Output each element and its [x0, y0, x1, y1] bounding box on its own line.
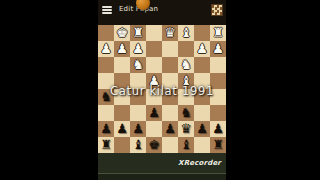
square[interactable]: [194, 137, 210, 153]
square[interactable]: ♞: [178, 105, 194, 121]
black-knight-piece: ♞: [180, 105, 192, 121]
square[interactable]: [162, 137, 178, 153]
square[interactable]: ♜: [210, 25, 226, 41]
white-knight-piece: ♞: [180, 57, 192, 73]
square[interactable]: ♟: [114, 41, 130, 57]
xrecorder-watermark: XRecorder: [178, 159, 221, 167]
black-pawn-piece: ♟: [212, 121, 224, 137]
square[interactable]: ♟: [146, 105, 162, 121]
square[interactable]: ♜: [130, 25, 146, 41]
square[interactable]: [130, 105, 146, 121]
square[interactable]: ♝: [178, 137, 194, 153]
square[interactable]: ♞: [130, 57, 146, 73]
square[interactable]: [98, 105, 114, 121]
black-queen-piece: ♛: [180, 121, 192, 137]
square[interactable]: [98, 25, 114, 41]
square[interactable]: ♟: [162, 121, 178, 137]
square[interactable]: ♟: [114, 121, 130, 137]
white-queen-piece: ♛: [164, 25, 176, 41]
square[interactable]: ♜: [210, 137, 226, 153]
square[interactable]: ♟: [194, 41, 210, 57]
square[interactable]: ♛: [178, 121, 194, 137]
square[interactable]: ♝: [130, 137, 146, 153]
square[interactable]: ♟: [98, 121, 114, 137]
square[interactable]: ♟: [130, 121, 146, 137]
screenshot-root: Edit Papan ♚♜♛♝♜♟♟♟♟♟♞♞♟♝♞♟♞♟♟♟♟♛♟♟♜♝♚♝♜…: [0, 0, 320, 180]
white-pawn-piece: ♟: [212, 41, 224, 57]
white-bishop-piece: ♝: [180, 25, 192, 41]
square[interactable]: [162, 57, 178, 73]
black-pawn-piece: ♟: [100, 121, 112, 137]
black-pawn-piece: ♟: [164, 121, 176, 137]
chessboard-icon[interactable]: [211, 4, 223, 16]
white-pawn-piece: ♟: [132, 41, 144, 57]
square[interactable]: ♟: [130, 41, 146, 57]
black-pawn-piece: ♟: [132, 121, 144, 137]
hamburger-icon[interactable]: [102, 6, 112, 14]
square[interactable]: ♝: [178, 25, 194, 41]
white-rook-piece: ♜: [132, 25, 144, 41]
black-rook-piece: ♜: [100, 137, 112, 153]
black-rook-piece: ♜: [212, 137, 224, 153]
black-king-piece: ♚: [148, 137, 160, 153]
white-pawn-piece: ♟: [100, 41, 112, 57]
recorder-progress-strip: [98, 173, 226, 180]
square[interactable]: ♟: [194, 121, 210, 137]
square[interactable]: [114, 105, 130, 121]
recorder-bar: XRecorder: [98, 153, 226, 173]
square[interactable]: ♞: [178, 57, 194, 73]
black-bishop-piece: ♝: [180, 137, 192, 153]
square[interactable]: [146, 41, 162, 57]
overlay-caption: Catur kilat 1991: [98, 84, 226, 98]
square[interactable]: [146, 25, 162, 41]
black-pawn-piece: ♟: [116, 121, 128, 137]
square[interactable]: ♟: [210, 41, 226, 57]
square[interactable]: [178, 41, 194, 57]
square[interactable]: ♟: [98, 41, 114, 57]
square[interactable]: [194, 25, 210, 41]
white-pawn-piece: ♟: [196, 41, 208, 57]
square[interactable]: [162, 105, 178, 121]
square[interactable]: ♟: [210, 121, 226, 137]
square[interactable]: [146, 57, 162, 73]
square[interactable]: [210, 105, 226, 121]
white-pawn-piece: ♟: [116, 41, 128, 57]
black-pawn-piece: ♟: [148, 105, 160, 121]
white-king-piece: ♚: [116, 25, 128, 41]
black-pawn-piece: ♟: [196, 121, 208, 137]
square[interactable]: ♜: [98, 137, 114, 153]
black-bishop-piece: ♝: [132, 137, 144, 153]
square[interactable]: ♛: [162, 25, 178, 41]
white-rook-piece: ♜: [212, 25, 224, 41]
square[interactable]: [162, 41, 178, 57]
top-app-bar: Edit Papan: [98, 0, 226, 25]
square[interactable]: [114, 57, 130, 73]
square[interactable]: ♚: [114, 25, 130, 41]
square[interactable]: [98, 57, 114, 73]
square[interactable]: [194, 105, 210, 121]
square[interactable]: [146, 121, 162, 137]
square[interactable]: [114, 137, 130, 153]
white-knight-piece: ♞: [132, 57, 144, 73]
square[interactable]: [210, 57, 226, 73]
square[interactable]: [194, 57, 210, 73]
square[interactable]: ♚: [146, 137, 162, 153]
app-viewport: Edit Papan ♚♜♛♝♜♟♟♟♟♟♞♞♟♝♞♟♞♟♟♟♟♛♟♟♜♝♚♝♜…: [98, 0, 226, 180]
